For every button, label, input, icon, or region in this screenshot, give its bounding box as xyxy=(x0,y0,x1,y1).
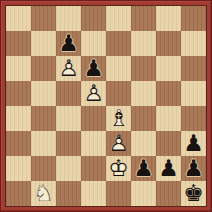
piece-black-king[interactable]: ♚ xyxy=(181,181,206,206)
black-pawn-glyph: ♟ xyxy=(81,56,106,81)
square-h7[interactable] xyxy=(181,31,206,56)
piece-black-pawn[interactable]: ♟ xyxy=(81,56,106,81)
square-d7[interactable] xyxy=(81,31,106,56)
square-e6[interactable] xyxy=(106,56,131,81)
square-a6[interactable] xyxy=(6,56,31,81)
white-bishop-glyph-outline: ♗ xyxy=(106,106,131,131)
square-d4[interactable] xyxy=(81,106,106,131)
square-g1[interactable] xyxy=(156,181,181,206)
piece-black-pawn[interactable]: ♟ xyxy=(156,156,181,181)
square-g5[interactable] xyxy=(156,81,181,106)
square-f5[interactable] xyxy=(131,81,156,106)
square-a7[interactable] xyxy=(6,31,31,56)
square-d1[interactable] xyxy=(81,181,106,206)
square-f3[interactable] xyxy=(131,131,156,156)
board-frame: ♟♟♙♟♟♙♝♗♟♙♟♚♔♟♟♟♞♘♚ xyxy=(0,0,212,212)
square-h1[interactable]: ♚ xyxy=(181,181,206,206)
square-c7[interactable]: ♟ xyxy=(56,31,81,56)
piece-white-pawn[interactable]: ♟♙ xyxy=(56,56,81,81)
square-a1[interactable] xyxy=(6,181,31,206)
square-c6[interactable]: ♟♙ xyxy=(56,56,81,81)
black-pawn-glyph: ♟ xyxy=(156,156,181,181)
square-e4[interactable]: ♝♗ xyxy=(106,106,131,131)
chessboard: ♟♟♙♟♟♙♝♗♟♙♟♚♔♟♟♟♞♘♚ xyxy=(5,5,207,207)
square-c1[interactable] xyxy=(56,181,81,206)
square-b3[interactable] xyxy=(31,131,56,156)
square-c5[interactable] xyxy=(56,81,81,106)
square-a4[interactable] xyxy=(6,106,31,131)
square-c2[interactable] xyxy=(56,156,81,181)
square-b6[interactable] xyxy=(31,56,56,81)
square-g6[interactable] xyxy=(156,56,181,81)
square-b8[interactable] xyxy=(31,6,56,31)
square-f4[interactable] xyxy=(131,106,156,131)
piece-black-pawn[interactable]: ♟ xyxy=(181,156,206,181)
square-e2[interactable]: ♚♔ xyxy=(106,156,131,181)
square-b2[interactable] xyxy=(31,156,56,181)
piece-white-king[interactable]: ♚♔ xyxy=(106,156,131,181)
piece-black-pawn[interactable]: ♟ xyxy=(131,156,156,181)
square-d6[interactable]: ♟ xyxy=(81,56,106,81)
square-e7[interactable] xyxy=(106,31,131,56)
white-pawn-glyph-outline: ♙ xyxy=(81,81,106,106)
square-a8[interactable] xyxy=(6,6,31,31)
square-g3[interactable] xyxy=(156,131,181,156)
square-d2[interactable] xyxy=(81,156,106,181)
square-h3[interactable]: ♟ xyxy=(181,131,206,156)
black-pawn-glyph: ♟ xyxy=(181,131,206,156)
square-a5[interactable] xyxy=(6,81,31,106)
piece-white-pawn[interactable]: ♟♙ xyxy=(81,81,106,106)
white-pawn-glyph-outline: ♙ xyxy=(56,56,81,81)
square-b5[interactable] xyxy=(31,81,56,106)
black-king-glyph: ♚ xyxy=(181,181,206,206)
square-g4[interactable] xyxy=(156,106,181,131)
square-c8[interactable] xyxy=(56,6,81,31)
square-g2[interactable]: ♟ xyxy=(156,156,181,181)
square-d3[interactable] xyxy=(81,131,106,156)
square-f1[interactable] xyxy=(131,181,156,206)
square-g7[interactable] xyxy=(156,31,181,56)
square-c4[interactable] xyxy=(56,106,81,131)
white-knight-glyph-outline: ♘ xyxy=(31,181,56,206)
white-pawn-glyph-outline: ♙ xyxy=(106,131,131,156)
piece-white-pawn[interactable]: ♟♙ xyxy=(106,131,131,156)
square-f6[interactable] xyxy=(131,56,156,81)
square-d8[interactable] xyxy=(81,6,106,31)
square-f8[interactable] xyxy=(131,6,156,31)
square-e3[interactable]: ♟♙ xyxy=(106,131,131,156)
black-pawn-glyph: ♟ xyxy=(56,31,81,56)
square-f7[interactable] xyxy=(131,31,156,56)
square-c3[interactable] xyxy=(56,131,81,156)
square-h4[interactable] xyxy=(181,106,206,131)
square-h2[interactable]: ♟ xyxy=(181,156,206,181)
piece-black-pawn[interactable]: ♟ xyxy=(181,131,206,156)
square-h8[interactable] xyxy=(181,6,206,31)
square-b1[interactable]: ♞♘ xyxy=(31,181,56,206)
black-pawn-glyph: ♟ xyxy=(131,156,156,181)
square-f2[interactable]: ♟ xyxy=(131,156,156,181)
square-e5[interactable] xyxy=(106,81,131,106)
black-pawn-glyph: ♟ xyxy=(181,156,206,181)
piece-white-bishop[interactable]: ♝♗ xyxy=(106,106,131,131)
piece-black-pawn[interactable]: ♟ xyxy=(56,31,81,56)
square-d5[interactable]: ♟♙ xyxy=(81,81,106,106)
square-e1[interactable] xyxy=(106,181,131,206)
square-e8[interactable] xyxy=(106,6,131,31)
square-a2[interactable] xyxy=(6,156,31,181)
white-king-glyph-outline: ♔ xyxy=(106,156,131,181)
square-h5[interactable] xyxy=(181,81,206,106)
piece-white-knight[interactable]: ♞♘ xyxy=(31,181,56,206)
square-g8[interactable] xyxy=(156,6,181,31)
square-h6[interactable] xyxy=(181,56,206,81)
square-b7[interactable] xyxy=(31,31,56,56)
square-a3[interactable] xyxy=(6,131,31,156)
square-b4[interactable] xyxy=(31,106,56,131)
